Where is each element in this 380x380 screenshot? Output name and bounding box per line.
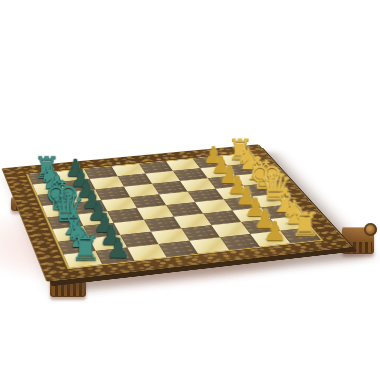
chess-board: ♜♟♟♜♞♟♟♞♝♟♟♝♚♟♟♚♛♟♟♛♝♟♟♝♞♟♟♞♜♟♟♜: [1, 144, 352, 282]
chess-set-photo: ♜♟♟♜♞♟♟♞♝♟♟♝♚♟♟♚♛♟♟♛♝♟♟♝♞♟♟♞♜♟♟♜: [0, 0, 380, 380]
piece-green-rook: ♜: [61, 231, 110, 265]
square: [189, 237, 229, 253]
piece-gold-pawn: ♟: [251, 218, 298, 245]
photo-background: ♜♟♟♜♞♟♟♞♝♟♟♝♚♟♟♚♛♟♟♛♝♟♟♝♞♟♟♞♜♟♟♜: [0, 0, 380, 380]
square: ♟: [250, 231, 290, 247]
board-playing-area: ♜♟♟♜♞♟♟♞♝♟♟♝♚♟♟♚♛♟♟♛♝♟♟♝♞♟♟♞♜♟♟♜: [28, 154, 320, 268]
square: ♜: [64, 251, 103, 268]
